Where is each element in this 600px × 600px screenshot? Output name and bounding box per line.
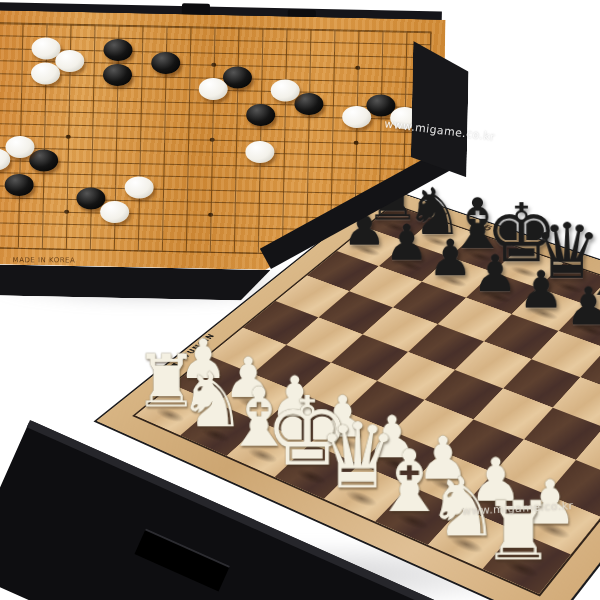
go-stone-white: [342, 106, 371, 129]
go-grid-line: [0, 235, 426, 245]
go-stone-black: [103, 63, 132, 86]
star-point: [211, 63, 216, 67]
go-stone-black: [103, 39, 132, 62]
go-grid-line: [0, 23, 430, 33]
base-latch-slot: [134, 529, 229, 592]
product-photo-stage: ♜♞♝♛♚♝♞♜♟♟♟♟♟♟♟♟♟♟♟♟♟♟♟♟♜♞♝♛♚♝♞♜ h g MYU…: [0, 0, 600, 600]
go-grid-line: [402, 32, 408, 256]
go-stone-black: [223, 66, 252, 89]
go-grid-line: [0, 173, 427, 183]
go-grid-line: [186, 27, 192, 251]
go-grid: [0, 22, 431, 257]
go-grid-line: [282, 29, 288, 253]
go-grid-line: [0, 222, 426, 232]
star-point: [355, 66, 360, 70]
go-grid-line: [378, 31, 384, 255]
go-grid-line: [0, 135, 428, 145]
star-point: [210, 138, 215, 142]
go-stone-black: [294, 92, 323, 115]
made-in-label: MADE IN KOREA: [13, 256, 76, 264]
go-board-right-wall: [410, 41, 469, 177]
go-board-near-wall: [0, 264, 270, 301]
go-grid-line: [0, 148, 428, 158]
star-point: [64, 209, 69, 213]
go-stone-black: [151, 52, 180, 75]
go-grid-line: [138, 26, 144, 250]
star-point: [208, 212, 213, 216]
star-point: [66, 135, 71, 139]
go-stone-white: [245, 141, 274, 164]
go-grid-line: [234, 28, 240, 252]
go-grid-line: [0, 160, 428, 170]
chess-piece-cell: ♜: [483, 531, 571, 594]
go-stone-black: [246, 104, 275, 127]
go-stone-black: [4, 173, 33, 196]
go-stone-white: [124, 176, 153, 199]
go-grid-line: [210, 28, 216, 252]
go-board: MADE IN KOREA: [0, 2, 508, 313]
black-pawn-piece: ♟: [578, 297, 600, 350]
go-stone-white: [198, 78, 227, 101]
go-grid-line: [0, 36, 430, 46]
go-board-surface: MADE IN KOREA: [0, 10, 446, 274]
go-stone-white: [100, 200, 129, 223]
go-stone-white: [31, 62, 60, 85]
go-stone-black: [29, 149, 58, 172]
go-grid-line: [0, 247, 426, 257]
star-point: [354, 141, 359, 145]
go-grid-line: [90, 25, 96, 249]
go-stone-white: [55, 50, 84, 73]
